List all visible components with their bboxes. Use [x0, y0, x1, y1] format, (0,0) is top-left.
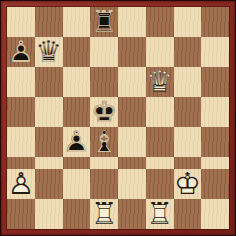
square-f3[interactable]	[146, 157, 174, 169]
square-d4[interactable]: ♝	[90, 127, 118, 157]
square-a7[interactable]: ♟	[7, 37, 35, 67]
square-d2[interactable]	[90, 169, 118, 199]
square-a8[interactable]	[7, 7, 35, 37]
black-king[interactable]: ♚	[91, 97, 118, 127]
square-h2[interactable]	[201, 169, 229, 199]
square-c5[interactable]	[63, 97, 91, 127]
square-g1[interactable]	[174, 199, 202, 229]
square-g8[interactable]	[174, 7, 202, 37]
square-h8[interactable]	[201, 7, 229, 37]
square-b2[interactable]	[35, 169, 63, 199]
square-h6[interactable]	[201, 67, 229, 97]
chess-board: ♜♟♛♛♚♟♝♟♚♜♜	[7, 7, 229, 229]
square-f7[interactable]	[146, 37, 174, 67]
square-d6[interactable]	[90, 67, 118, 97]
square-b7[interactable]: ♛	[35, 37, 63, 67]
square-b5[interactable]	[35, 97, 63, 127]
black-bishop[interactable]: ♝	[91, 127, 118, 157]
black-pawn[interactable]: ♟	[63, 127, 90, 157]
square-g5[interactable]	[174, 97, 202, 127]
square-f4[interactable]	[146, 127, 174, 157]
square-b4[interactable]	[35, 127, 63, 157]
square-d8[interactable]: ♜	[90, 7, 118, 37]
square-f1[interactable]: ♜	[146, 199, 174, 229]
square-f8[interactable]	[146, 7, 174, 37]
square-g4[interactable]	[174, 127, 202, 157]
square-f6[interactable]: ♛	[146, 67, 174, 97]
square-c4[interactable]: ♟	[63, 127, 91, 157]
square-h4[interactable]	[201, 127, 229, 157]
white-pawn[interactable]: ♟	[7, 169, 34, 199]
square-g7[interactable]	[174, 37, 202, 67]
square-d1[interactable]: ♜	[90, 199, 118, 229]
black-rook[interactable]: ♜	[91, 7, 118, 37]
square-e6[interactable]	[118, 67, 146, 97]
square-h7[interactable]	[201, 37, 229, 67]
square-a4[interactable]	[7, 127, 35, 157]
square-e8[interactable]	[118, 7, 146, 37]
square-e2[interactable]	[118, 169, 146, 199]
square-g2[interactable]: ♚	[174, 169, 202, 199]
square-e7[interactable]	[118, 37, 146, 67]
square-b8[interactable]	[35, 7, 63, 37]
square-h3[interactable]	[201, 157, 229, 169]
square-e1[interactable]	[118, 199, 146, 229]
square-c1[interactable]	[63, 199, 91, 229]
white-king[interactable]: ♚	[174, 169, 201, 199]
square-g6[interactable]	[174, 67, 202, 97]
black-pawn[interactable]: ♟	[7, 37, 34, 67]
square-b1[interactable]	[35, 199, 63, 229]
square-d7[interactable]	[90, 37, 118, 67]
square-a6[interactable]	[7, 67, 35, 97]
square-a5[interactable]	[7, 97, 35, 127]
square-b6[interactable]	[35, 67, 63, 97]
square-f5[interactable]	[146, 97, 174, 127]
square-d5[interactable]: ♚	[90, 97, 118, 127]
white-rook[interactable]: ♜	[146, 199, 173, 229]
square-c8[interactable]	[63, 7, 91, 37]
square-e4[interactable]	[118, 127, 146, 157]
square-e3[interactable]	[118, 157, 146, 169]
square-e5[interactable]	[118, 97, 146, 127]
square-c2[interactable]	[63, 169, 91, 199]
white-rook[interactable]: ♜	[91, 199, 118, 229]
square-f2[interactable]	[146, 169, 174, 199]
square-c7[interactable]	[63, 37, 91, 67]
square-a1[interactable]	[7, 199, 35, 229]
square-h1[interactable]	[201, 199, 229, 229]
square-a2[interactable]: ♟	[7, 169, 35, 199]
square-c6[interactable]	[63, 67, 91, 97]
square-h5[interactable]	[201, 97, 229, 127]
chess-board-frame: ♜♟♛♛♚♟♝♟♚♜♜	[0, 0, 236, 236]
white-queen[interactable]: ♛	[146, 67, 173, 97]
square-b3[interactable]	[35, 157, 63, 169]
black-queen[interactable]: ♛	[35, 37, 62, 67]
